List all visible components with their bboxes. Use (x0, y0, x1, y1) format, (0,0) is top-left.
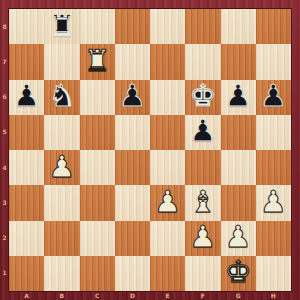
rank-label-3: 3 (0, 200, 9, 206)
square-b8[interactable]: ♜ (44, 9, 79, 44)
square-c8[interactable] (80, 9, 115, 44)
square-h3[interactable]: ♟ (256, 185, 291, 220)
square-c7[interactable]: ♜ (80, 44, 115, 79)
square-e8[interactable] (150, 9, 185, 44)
file-label-e: E (150, 292, 185, 299)
square-h6[interactable]: ♟ (256, 80, 291, 115)
black-pawn-d6[interactable]: ♟ (119, 81, 146, 111)
file-label-b: B (44, 292, 79, 299)
chess-board[interactable]: ♜♜♟♞♟♚♟♟♟♟♟♝♟♟♟♚ (9, 9, 291, 291)
square-d8[interactable] (115, 9, 150, 44)
square-d7[interactable] (115, 44, 150, 79)
rank-label-4: 4 (0, 165, 9, 171)
rank-label-6: 6 (0, 94, 9, 100)
white-pawn-g2[interactable]: ♟ (225, 222, 252, 252)
square-f8[interactable] (185, 9, 220, 44)
file-label-g: G (221, 292, 256, 299)
square-d5[interactable] (115, 115, 150, 150)
square-g3[interactable] (221, 185, 256, 220)
file-label-a: A (9, 292, 44, 299)
square-c3[interactable] (80, 185, 115, 220)
file-label-d: D (115, 292, 150, 299)
square-f4[interactable] (185, 150, 220, 185)
square-g7[interactable] (221, 44, 256, 79)
square-a1[interactable] (9, 256, 44, 291)
square-h4[interactable] (256, 150, 291, 185)
square-e3[interactable]: ♟ (150, 185, 185, 220)
file-label-h: H (256, 292, 291, 299)
white-bishop-f3[interactable]: ♝ (189, 187, 216, 217)
square-b2[interactable] (44, 221, 79, 256)
black-king-f6[interactable]: ♚ (189, 81, 216, 111)
white-pawn-b4[interactable]: ♟ (48, 152, 75, 182)
square-a8[interactable] (9, 9, 44, 44)
square-a5[interactable] (9, 115, 44, 150)
square-a3[interactable] (9, 185, 44, 220)
square-a2[interactable] (9, 221, 44, 256)
square-g5[interactable] (221, 115, 256, 150)
square-e7[interactable] (150, 44, 185, 79)
square-d1[interactable] (115, 256, 150, 291)
square-d4[interactable] (115, 150, 150, 185)
black-pawn-g6[interactable]: ♟ (225, 81, 252, 111)
square-h7[interactable] (256, 44, 291, 79)
square-d6[interactable]: ♟ (115, 80, 150, 115)
square-h1[interactable] (256, 256, 291, 291)
square-e1[interactable] (150, 256, 185, 291)
square-g1[interactable]: ♚ (221, 256, 256, 291)
square-b7[interactable] (44, 44, 79, 79)
square-e4[interactable] (150, 150, 185, 185)
white-pawn-f2[interactable]: ♟ (189, 222, 216, 252)
square-b6[interactable]: ♞ (44, 80, 79, 115)
black-rook-b8[interactable]: ♜ (48, 11, 75, 41)
square-d3[interactable] (115, 185, 150, 220)
square-h5[interactable] (256, 115, 291, 150)
black-pawn-a6[interactable]: ♟ (13, 81, 40, 111)
rank-label-1: 1 (0, 270, 9, 276)
square-a7[interactable] (9, 44, 44, 79)
chess-diagram: ♜♜♟♞♟♚♟♟♟♟♟♝♟♟♟♚ 87654321ABCDEFGH (0, 0, 300, 300)
square-f6[interactable]: ♚ (185, 80, 220, 115)
white-king-g1[interactable]: ♚ (225, 257, 252, 287)
white-pawn-e3[interactable]: ♟ (154, 187, 181, 217)
square-f1[interactable] (185, 256, 220, 291)
square-g4[interactable] (221, 150, 256, 185)
square-h2[interactable] (256, 221, 291, 256)
square-h8[interactable] (256, 9, 291, 44)
square-a6[interactable]: ♟ (9, 80, 44, 115)
rank-label-2: 2 (0, 235, 9, 241)
rank-label-7: 7 (0, 59, 9, 65)
square-f7[interactable] (185, 44, 220, 79)
square-e5[interactable] (150, 115, 185, 150)
square-g6[interactable]: ♟ (221, 80, 256, 115)
rank-label-8: 8 (0, 24, 9, 30)
square-b1[interactable] (44, 256, 79, 291)
square-g8[interactable] (221, 9, 256, 44)
square-b5[interactable] (44, 115, 79, 150)
square-d2[interactable] (115, 221, 150, 256)
rank-label-5: 5 (0, 129, 9, 135)
square-c6[interactable] (80, 80, 115, 115)
square-c4[interactable] (80, 150, 115, 185)
square-f3[interactable]: ♝ (185, 185, 220, 220)
file-label-c: C (80, 292, 115, 299)
square-a4[interactable] (9, 150, 44, 185)
file-label-f: F (185, 292, 220, 299)
black-pawn-h6[interactable]: ♟ (260, 81, 287, 111)
white-pawn-h3[interactable]: ♟ (260, 187, 287, 217)
square-b4[interactable]: ♟ (44, 150, 79, 185)
square-f2[interactable]: ♟ (185, 221, 220, 256)
square-g2[interactable]: ♟ (221, 221, 256, 256)
square-c5[interactable] (80, 115, 115, 150)
black-knight-b6[interactable]: ♞ (48, 81, 75, 111)
square-f5[interactable]: ♟ (185, 115, 220, 150)
square-c2[interactable] (80, 221, 115, 256)
square-c1[interactable] (80, 256, 115, 291)
white-rook-c7[interactable]: ♜ (84, 46, 111, 76)
black-pawn-f5[interactable]: ♟ (189, 116, 216, 146)
square-b3[interactable] (44, 185, 79, 220)
square-e2[interactable] (150, 221, 185, 256)
square-e6[interactable] (150, 80, 185, 115)
